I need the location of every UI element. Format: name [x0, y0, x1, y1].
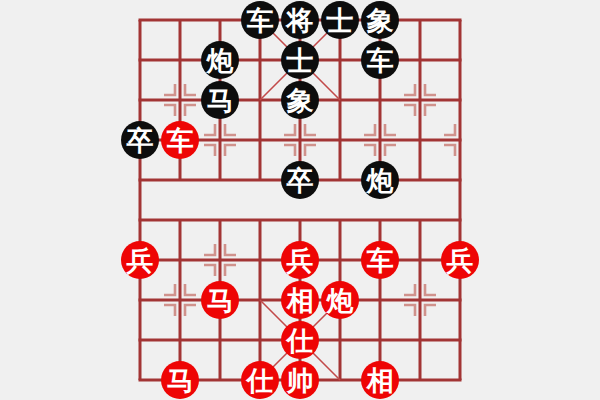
- position-marker: [284, 124, 295, 135]
- position-marker: [385, 124, 396, 135]
- piece-black-horse[interactable]: 马: [201, 81, 239, 119]
- position-marker: [164, 105, 175, 116]
- position-marker: [185, 284, 196, 295]
- piece-red-soldier[interactable]: 兵: [441, 241, 479, 279]
- position-marker: [364, 124, 375, 135]
- position-marker: [204, 145, 215, 156]
- piece-red-advisor[interactable]: 仕: [281, 321, 319, 359]
- piece-black-advisor[interactable]: 士: [321, 1, 359, 39]
- piece-black-soldier[interactable]: 卒: [281, 161, 319, 199]
- position-marker: [204, 244, 215, 255]
- piece-black-cannon[interactable]: 炮: [361, 161, 399, 199]
- position-marker: [164, 84, 175, 95]
- position-marker: [225, 145, 236, 156]
- position-marker: [164, 305, 175, 316]
- position-marker: [185, 305, 196, 316]
- position-marker: [225, 124, 236, 135]
- piece-red-advisor[interactable]: 仕: [241, 361, 279, 399]
- position-marker: [425, 84, 436, 95]
- position-marker: [204, 124, 215, 135]
- piece-red-chariot[interactable]: 车: [361, 241, 399, 279]
- position-marker: [364, 145, 375, 156]
- piece-black-elephant[interactable]: 象: [281, 81, 319, 119]
- position-marker: [404, 305, 415, 316]
- position-marker: [444, 124, 455, 135]
- piece-black-soldier[interactable]: 卒: [121, 121, 159, 159]
- piece-red-chariot[interactable]: 车: [161, 121, 199, 159]
- piece-black-cannon[interactable]: 炮: [201, 41, 239, 79]
- position-marker: [225, 244, 236, 255]
- piece-red-cannon[interactable]: 炮: [321, 281, 359, 319]
- piece-black-general[interactable]: 将: [281, 1, 319, 39]
- position-marker: [305, 145, 316, 156]
- position-marker: [284, 145, 295, 156]
- position-marker: [185, 105, 196, 116]
- position-marker: [185, 84, 196, 95]
- piece-red-horse[interactable]: 马: [201, 281, 239, 319]
- piece-black-advisor[interactable]: 士: [281, 41, 319, 79]
- position-marker: [404, 105, 415, 116]
- position-marker: [225, 265, 236, 276]
- position-marker: [425, 305, 436, 316]
- position-marker: [164, 284, 175, 295]
- position-marker: [425, 105, 436, 116]
- piece-red-horse[interactable]: 马: [161, 361, 199, 399]
- piece-red-general[interactable]: 帅: [281, 361, 319, 399]
- piece-black-chariot[interactable]: 车: [361, 41, 399, 79]
- piece-black-elephant[interactable]: 象: [361, 1, 399, 39]
- position-marker: [404, 284, 415, 295]
- position-marker: [204, 265, 215, 276]
- position-marker: [425, 284, 436, 295]
- position-marker: [385, 145, 396, 156]
- position-marker: [305, 124, 316, 135]
- piece-red-soldier[interactable]: 兵: [121, 241, 159, 279]
- piece-red-elephant[interactable]: 相: [281, 281, 319, 319]
- xiangqi-board: 车将士象炮士车马象卒卒炮车兵兵车兵马相炮仕马仕帅相: [0, 0, 600, 400]
- piece-red-soldier[interactable]: 兵: [281, 241, 319, 279]
- piece-black-chariot[interactable]: 车: [241, 1, 279, 39]
- position-marker: [404, 84, 415, 95]
- piece-red-elephant[interactable]: 相: [361, 361, 399, 399]
- position-marker: [444, 145, 455, 156]
